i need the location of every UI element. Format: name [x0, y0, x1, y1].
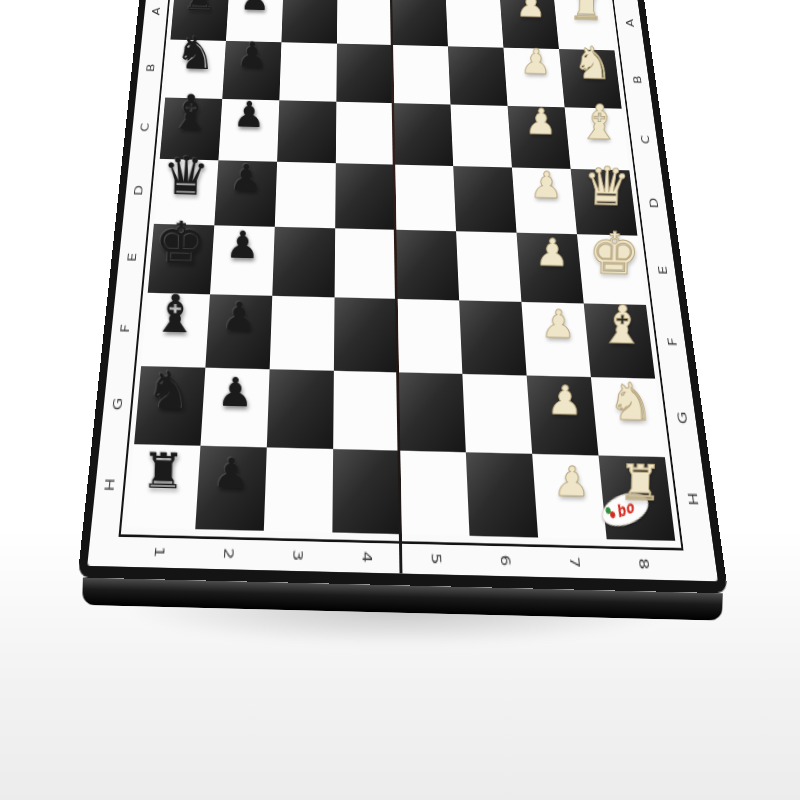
white-pawn-g7: ♟ [529, 354, 601, 440]
rank-label-bottom-1: 1 [152, 546, 167, 558]
file-label-right-b: B [631, 75, 643, 84]
rank-label-bottom-2: 2 [221, 548, 235, 560]
white-knight-g8: ♞ [595, 356, 667, 442]
white-pawn-h7: ♟ [535, 434, 609, 522]
rank-label-bottom-6: 6 [498, 555, 512, 567]
rank-label-bottom-3: 3 [291, 549, 305, 561]
file-label-right-h: H [685, 492, 700, 506]
file-label-left-f: F [118, 324, 131, 333]
file-label-right-g: G [674, 411, 689, 424]
black-pawn-f2: ♟ [204, 272, 274, 355]
file-label-right-a: A [623, 19, 635, 27]
file-label-right-d: D [647, 198, 660, 209]
scene-tilt-wrapper: bo AABBCCDDEEFFGGHH1122334455667788 ♜♞♝♛… [0, 0, 800, 800]
file-label-left-h: H [102, 478, 117, 491]
file-label-right-f: F [665, 337, 679, 346]
product-photo-chess-set: { "game": "chess", "scene_description": … [0, 0, 800, 800]
file-label-left-b: B [144, 63, 156, 72]
rank-label-bottom-5: 5 [429, 553, 443, 565]
rank-label-bottom-8: 8 [636, 558, 651, 570]
black-bishop-f1: ♝ [140, 270, 210, 353]
file-label-right-c: C [638, 135, 651, 144]
white-rook-h8: ♜ [603, 436, 677, 524]
white-pawn-f7: ♟ [524, 280, 594, 363]
perspective-scene: bo AABBCCDDEEFFGGHH1122334455667788 ♜♞♝♛… [78, 0, 743, 593]
white-pawn-e7: ♟ [519, 209, 587, 289]
file-label-left-c: C [138, 123, 150, 132]
black-pawn-e2: ♟ [209, 202, 277, 282]
pieces-layer: ♜♞♝♛♚♝♞♜♟♟♟♟♟♟♟♟♟♟♟♟♟♟♟♟♜♞♝♛♚♝♞♜ [78, 0, 729, 593]
chess-board: bo AABBCCDDEEFFGGHH1122334455667788 ♜♞♝♛… [78, 0, 729, 593]
rank-label-bottom-4: 4 [360, 551, 374, 563]
file-label-left-a: A [150, 7, 162, 15]
black-rook-h1: ♜ [126, 424, 200, 512]
white-bishop-f8: ♝ [588, 281, 658, 364]
black-king-e1: ♚ [147, 200, 215, 280]
file-label-left-d: D [131, 185, 144, 196]
black-pawn-g2: ♟ [199, 346, 271, 432]
rank-label-bottom-7: 7 [567, 556, 582, 568]
file-label-left-e: E [125, 253, 138, 262]
black-knight-g1: ♞ [134, 345, 206, 431]
white-king-e8: ♚ [580, 211, 648, 291]
file-label-right-e: E [655, 266, 668, 275]
black-pawn-h2: ♟ [194, 426, 268, 514]
file-label-left-g: G [110, 397, 124, 410]
